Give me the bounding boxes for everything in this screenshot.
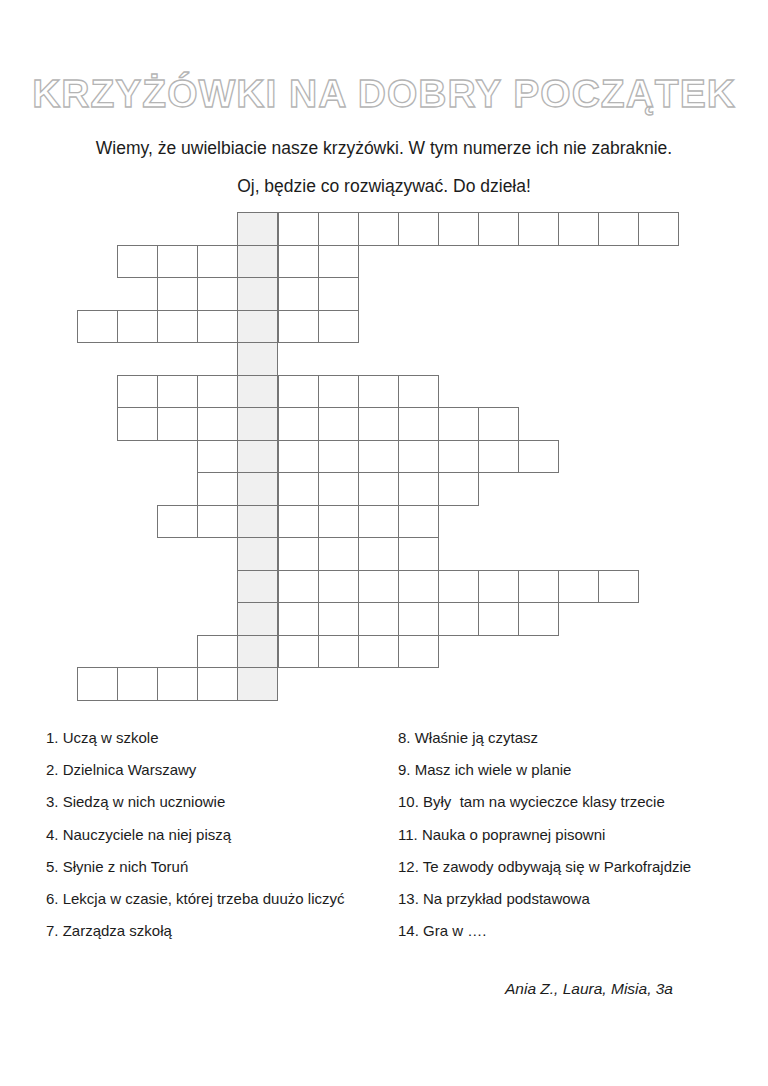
crossword-cell[interactable] (318, 310, 359, 344)
page-title: KRZYŻÓWKI NA DOBRY POCZĄTEK (0, 72, 768, 116)
solution-column-cell[interactable] (237, 472, 278, 506)
solution-column-cell[interactable] (237, 277, 278, 311)
crossword-cell[interactable] (318, 570, 359, 604)
crossword-cell[interactable] (197, 245, 238, 279)
intro-line-2: Oj, będzie co rozwiązywać. Do dzieła! (0, 176, 768, 197)
crossword-cell[interactable] (278, 407, 319, 441)
crossword-cell[interactable] (197, 277, 238, 311)
crossword-cell[interactable] (278, 212, 319, 246)
crossword-cell[interactable] (438, 472, 479, 506)
crossword-cell[interactable] (318, 212, 359, 246)
crossword-cell[interactable] (478, 212, 519, 246)
clue-item: 13. Na przykład podstawowa (398, 890, 691, 922)
crossword-cell[interactable] (197, 472, 238, 506)
solution-column-cell[interactable] (237, 310, 278, 344)
solution-column-cell[interactable] (237, 537, 278, 571)
crossword-cell[interactable] (398, 537, 439, 571)
crossword-cell[interactable] (518, 570, 559, 604)
crossword-cell[interactable] (478, 440, 519, 474)
solution-column-cell[interactable] (237, 375, 278, 409)
crossword-cell[interactable] (358, 635, 399, 669)
crossword-cell[interactable] (318, 407, 359, 441)
solution-column-cell[interactable] (237, 407, 278, 441)
crossword-cell[interactable] (478, 570, 519, 604)
crossword-cell[interactable] (398, 407, 439, 441)
solution-column-cell[interactable] (237, 440, 278, 474)
crossword-cell[interactable] (318, 472, 359, 506)
clue-item: 10. Były tam na wycieczce klasy trzecie (398, 793, 691, 825)
crossword-cell[interactable] (278, 472, 319, 506)
crossword-cell[interactable] (318, 277, 359, 311)
crossword-cell[interactable] (157, 245, 198, 279)
crossword-cell[interactable] (358, 407, 399, 441)
crossword-cell[interactable] (318, 245, 359, 279)
crossword-cell[interactable] (197, 310, 238, 344)
crossword-cell[interactable] (398, 570, 439, 604)
crossword-cell[interactable] (278, 245, 319, 279)
solution-column-cell[interactable] (237, 245, 278, 279)
crossword-cell[interactable] (197, 440, 238, 474)
crossword-cell[interactable] (478, 602, 519, 636)
crossword-cell[interactable] (278, 375, 319, 409)
crossword-cell[interactable] (318, 537, 359, 571)
solution-column-cell[interactable] (237, 505, 278, 539)
crossword-grid (77, 212, 679, 701)
crossword-cell[interactable] (117, 310, 158, 344)
crossword-cell[interactable] (157, 277, 198, 311)
crossword-cell[interactable] (358, 375, 399, 409)
clue-item: 4. Nauczyciele na niej piszą (46, 826, 344, 858)
clue-item: 6. Lekcja w czasie, której trzeba duużo … (46, 890, 344, 922)
solution-column-cell[interactable] (237, 570, 278, 604)
crossword-cell[interactable] (398, 472, 439, 506)
crossword-cell[interactable] (598, 570, 639, 604)
solution-column-cell[interactable] (237, 667, 278, 701)
crossword-cell[interactable] (558, 570, 599, 604)
crossword-cell[interactable] (77, 667, 118, 701)
crossword-cell[interactable] (197, 375, 238, 409)
crossword-cell[interactable] (157, 375, 198, 409)
crossword-cell[interactable] (318, 375, 359, 409)
clue-item: 2. Dzielnica Warszawy (46, 761, 344, 793)
crossword-cell[interactable] (598, 212, 639, 246)
crossword-cell[interactable] (197, 505, 238, 539)
crossword-cell[interactable] (438, 602, 479, 636)
clue-item: 3. Siedzą w nich uczniowie (46, 793, 344, 825)
crossword-cell[interactable] (518, 602, 559, 636)
crossword-cell[interactable] (197, 635, 238, 669)
clue-item: 14. Gra w …. (398, 922, 691, 954)
solution-column-cell[interactable] (237, 212, 278, 246)
crossword-cell[interactable] (438, 407, 479, 441)
crossword-cell[interactable] (77, 310, 118, 344)
crossword-cell[interactable] (278, 570, 319, 604)
crossword-cell[interactable] (197, 407, 238, 441)
crossword-cell[interactable] (318, 602, 359, 636)
crossword-cell[interactable] (117, 375, 158, 409)
crossword-cell[interactable] (358, 602, 399, 636)
crossword-cell[interactable] (398, 602, 439, 636)
crossword-cell[interactable] (518, 212, 559, 246)
clue-item: 1. Uczą w szkole (46, 729, 344, 761)
crossword-cell[interactable] (318, 635, 359, 669)
attribution: Ania Z., Laura, Misia, 3a (505, 980, 673, 998)
crossword-cell[interactable] (318, 440, 359, 474)
crossword-cell[interactable] (438, 570, 479, 604)
crossword-cell[interactable] (398, 635, 439, 669)
crossword-cell[interactable] (398, 505, 439, 539)
crossword-cell[interactable] (157, 310, 198, 344)
crossword-cell[interactable] (518, 440, 559, 474)
clue-list-left: 1. Uczą w szkole2. Dzielnica Warszawy3. … (46, 729, 344, 954)
crossword-cell[interactable] (478, 407, 519, 441)
intro-line-1: Wiemy, że uwielbiacie nasze krzyżówki. W… (0, 138, 768, 159)
crossword-cell[interactable] (358, 440, 399, 474)
crossword-cell[interactable] (358, 570, 399, 604)
crossword-cell[interactable] (278, 537, 319, 571)
crossword-cell[interactable] (398, 212, 439, 246)
crossword-cell[interactable] (638, 212, 679, 246)
crossword-cell[interactable] (278, 440, 319, 474)
crossword-cell[interactable] (438, 212, 479, 246)
clue-item: 11. Nauka o poprawnej pisowni (398, 826, 691, 858)
crossword-cell[interactable] (157, 667, 198, 701)
crossword-cell[interactable] (358, 505, 399, 539)
crossword-cell[interactable] (117, 245, 158, 279)
crossword-cell[interactable] (197, 667, 238, 701)
crossword-cell[interactable] (438, 440, 479, 474)
solution-column-cell[interactable] (237, 602, 278, 636)
crossword-cell[interactable] (157, 505, 198, 539)
crossword-cell[interactable] (358, 472, 399, 506)
crossword-cell[interactable] (558, 212, 599, 246)
crossword-cell[interactable] (398, 440, 439, 474)
crossword-cell[interactable] (117, 407, 158, 441)
clue-item: 7. Zarządza szkołą (46, 922, 344, 954)
crossword-cell[interactable] (358, 212, 399, 246)
clue-list-right: 8. Właśnie ją czytasz9. Masz ich wiele w… (398, 729, 691, 954)
clue-item: 12. Te zawody odbywają się w Parkofrajdz… (398, 858, 691, 890)
solution-column-cell[interactable] (237, 635, 278, 669)
crossword-cell[interactable] (358, 537, 399, 571)
crossword-cell[interactable] (278, 602, 319, 636)
crossword-cell[interactable] (117, 667, 158, 701)
crossword-cell[interactable] (157, 407, 198, 441)
crossword-cell[interactable] (398, 375, 439, 409)
crossword-cell[interactable] (278, 505, 319, 539)
clue-item: 9. Masz ich wiele w planie (398, 761, 691, 793)
solution-column-cell[interactable] (237, 342, 278, 376)
crossword-cell[interactable] (278, 310, 319, 344)
crossword-cell[interactable] (318, 505, 359, 539)
clue-item: 8. Właśnie ją czytasz (398, 729, 691, 761)
clue-item: 5. Słynie z nich Toruń (46, 858, 344, 890)
crossword-cell[interactable] (278, 277, 319, 311)
crossword-cell[interactable] (278, 635, 319, 669)
